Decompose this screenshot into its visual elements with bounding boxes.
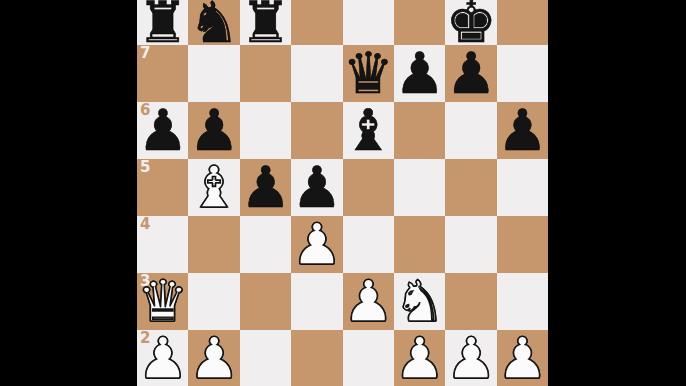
black-pawn-g7[interactable]: ♟ <box>445 45 496 102</box>
black-bishop-e6[interactable]: ♝ <box>343 102 394 159</box>
square-f3[interactable]: ♞ <box>394 273 445 330</box>
square-g3[interactable] <box>445 273 496 330</box>
white-bishop-b5[interactable]: ♝ <box>189 159 240 216</box>
rank-label-6: 6 <box>140 103 150 118</box>
letterbox-right <box>548 0 686 386</box>
square-e5[interactable] <box>343 159 394 216</box>
white-pawn-e3[interactable]: ♟ <box>343 273 394 330</box>
square-d5[interactable]: ♟ <box>291 159 342 216</box>
black-pawn-h6[interactable]: ♟ <box>497 102 548 159</box>
square-h2[interactable]: ♟ <box>497 330 548 386</box>
square-g8[interactable]: ♚ <box>445 0 496 45</box>
black-pawn-c5[interactable]: ♟ <box>240 159 291 216</box>
square-c6[interactable] <box>240 102 291 159</box>
square-d7[interactable] <box>291 45 342 102</box>
rank-label-7: 7 <box>140 46 150 61</box>
square-a8[interactable]: ♜ <box>137 0 188 45</box>
square-c4[interactable] <box>240 216 291 273</box>
black-queen-e7[interactable]: ♛ <box>343 45 394 102</box>
square-b2[interactable]: ♟ <box>188 330 239 386</box>
square-c5[interactable]: ♟ <box>240 159 291 216</box>
white-pawn-b2[interactable]: ♟ <box>189 330 240 386</box>
square-b6[interactable]: ♟ <box>188 102 239 159</box>
black-pawn-f7[interactable]: ♟ <box>394 45 445 102</box>
black-rook-c8[interactable]: ♜ <box>240 0 291 51</box>
square-e8[interactable] <box>343 0 394 45</box>
square-e6[interactable]: ♝ <box>343 102 394 159</box>
square-g6[interactable] <box>445 102 496 159</box>
square-g5[interactable] <box>445 159 496 216</box>
white-pawn-d4[interactable]: ♟ <box>291 216 342 273</box>
square-h7[interactable] <box>497 45 548 102</box>
square-b8[interactable]: ♞ <box>188 0 239 45</box>
black-knight-b8[interactable]: ♞ <box>189 0 240 51</box>
letterbox-left <box>0 0 137 386</box>
rank-label-4: 4 <box>140 217 150 232</box>
white-pawn-g2[interactable]: ♟ <box>445 330 496 386</box>
square-a3[interactable]: 3♛ <box>137 273 188 330</box>
rank-label-5: 5 <box>140 160 150 175</box>
square-h6[interactable]: ♟ <box>497 102 548 159</box>
square-g4[interactable] <box>445 216 496 273</box>
white-pawn-h2[interactable]: ♟ <box>497 330 548 386</box>
video-frame: ♜♞♜♚7♛♟♟6♟♟♝♟5♝♟♟4♟3♛♟♞2♟♟♟♟♟1♜♚♜ <box>0 0 686 386</box>
square-a6[interactable]: 6♟ <box>137 102 188 159</box>
chess-board[interactable]: ♜♞♜♚7♛♟♟6♟♟♝♟5♝♟♟4♟3♛♟♞2♟♟♟♟♟1♜♚♜ <box>137 0 548 386</box>
square-a2[interactable]: 2♟ <box>137 330 188 386</box>
square-c8[interactable]: ♜ <box>240 0 291 45</box>
square-e4[interactable] <box>343 216 394 273</box>
square-h5[interactable] <box>497 159 548 216</box>
square-a7[interactable]: 7 <box>137 45 188 102</box>
square-a4[interactable]: 4 <box>137 216 188 273</box>
white-knight-f3[interactable]: ♞ <box>394 273 445 330</box>
square-d2[interactable] <box>291 330 342 386</box>
square-d4[interactable]: ♟ <box>291 216 342 273</box>
square-b7[interactable] <box>188 45 239 102</box>
square-h4[interactable] <box>497 216 548 273</box>
square-f4[interactable] <box>394 216 445 273</box>
black-pawn-d5[interactable]: ♟ <box>291 159 342 216</box>
square-d6[interactable] <box>291 102 342 159</box>
rank-label-2: 2 <box>140 331 150 346</box>
square-d8[interactable] <box>291 0 342 45</box>
black-pawn-b6[interactable]: ♟ <box>189 102 240 159</box>
square-b4[interactable] <box>188 216 239 273</box>
white-pawn-f2[interactable]: ♟ <box>394 330 445 386</box>
square-c2[interactable] <box>240 330 291 386</box>
square-a5[interactable]: 5 <box>137 159 188 216</box>
square-f7[interactable]: ♟ <box>394 45 445 102</box>
square-f6[interactable] <box>394 102 445 159</box>
square-c7[interactable] <box>240 45 291 102</box>
square-c3[interactable] <box>240 273 291 330</box>
square-e3[interactable]: ♟ <box>343 273 394 330</box>
rank-label-3: 3 <box>140 274 150 289</box>
square-d3[interactable] <box>291 273 342 330</box>
square-e2[interactable] <box>343 330 394 386</box>
square-b5[interactable]: ♝ <box>188 159 239 216</box>
square-f8[interactable] <box>394 0 445 45</box>
square-f5[interactable] <box>394 159 445 216</box>
square-g2[interactable]: ♟ <box>445 330 496 386</box>
square-h3[interactable] <box>497 273 548 330</box>
square-e7[interactable]: ♛ <box>343 45 394 102</box>
square-f2[interactable]: ♟ <box>394 330 445 386</box>
square-b3[interactable] <box>188 273 239 330</box>
square-g7[interactable]: ♟ <box>445 45 496 102</box>
square-h8[interactable] <box>497 0 548 45</box>
